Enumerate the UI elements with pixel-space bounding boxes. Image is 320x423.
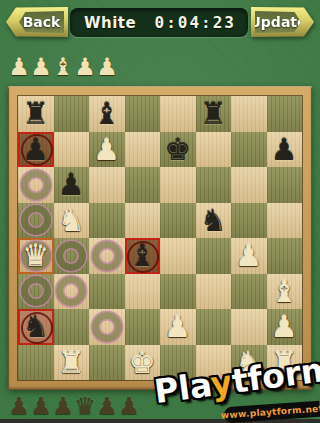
back-button-label: Back [23,14,61,30]
move-target-ring [56,241,86,271]
captured-white-pawn: ♟ [8,52,30,82]
move-target-ring [92,312,122,342]
square-d8[interactable] [125,96,161,132]
turn-to-move-label: White [84,14,136,32]
captured-black-pawn: ♟ [8,391,30,421]
piece-black-pawn: ♟ [54,167,90,203]
captured-black-queen: ♛ [74,391,96,421]
square-d7[interactable] [125,132,161,168]
captured-white-pawn: ♟ [96,52,118,82]
piece-white-pawn: ♟ [160,309,196,345]
square-g7[interactable] [231,132,267,168]
square-f4[interactable] [196,238,232,274]
watermark-text-pre: Pla [152,365,213,411]
square-b2[interactable] [54,309,90,345]
piece-white-pawn: ♟ [231,238,267,274]
square-b5[interactable]: ♞ [54,203,90,239]
square-a5[interactable] [18,203,54,239]
captured-black-pawn: ♟ [96,391,118,421]
square-c8[interactable]: ♝ [89,96,125,132]
square-c1[interactable] [89,345,125,381]
move-target-ring [21,170,51,200]
square-a1[interactable] [18,345,54,381]
watermark-url: www.playtform.net [221,403,320,420]
square-b1[interactable]: ♜ [54,345,90,381]
piece-white-pawn: ♟ [89,132,125,168]
captured-black-pawn: ♟ [30,391,52,421]
square-h2[interactable]: ♟ [267,309,303,345]
piece-white-queen: ♛ [18,238,54,274]
square-e8[interactable] [160,96,196,132]
captured-white-bishop: ♝ [52,52,74,82]
square-d4[interactable]: ♝ [125,238,161,274]
square-e3[interactable] [160,274,196,310]
square-c6[interactable] [89,167,125,203]
square-g3[interactable] [231,274,267,310]
update-button[interactable]: Update [251,7,314,37]
square-e2[interactable]: ♟ [160,309,196,345]
square-a8[interactable]: ♜ [18,96,54,132]
piece-white-pawn: ♟ [267,309,303,345]
square-f3[interactable] [196,274,232,310]
piece-black-bishop: ♝ [89,96,125,132]
square-d3[interactable] [125,274,161,310]
square-f2[interactable] [196,309,232,345]
square-f7[interactable] [196,132,232,168]
square-g4[interactable]: ♟ [231,238,267,274]
move-target-ring [56,276,86,306]
square-a4[interactable]: ♛ [18,238,54,274]
square-b4[interactable] [54,238,90,274]
status-panel: White 0:04:23 [70,8,248,37]
square-d6[interactable] [125,167,161,203]
square-f5[interactable]: ♞ [196,203,232,239]
square-a7[interactable]: ♟ [18,132,54,168]
square-g6[interactable] [231,167,267,203]
captured-white-pawn: ♟ [30,52,52,82]
square-h6[interactable] [267,167,303,203]
board-frame: ♜♝♜♟♟♚♟♟♞♞♛♝♟♝♞♟♟♜♚♞♜ [8,86,312,390]
square-f8[interactable]: ♜ [196,96,232,132]
square-h7[interactable]: ♟ [267,132,303,168]
square-e6[interactable] [160,167,196,203]
square-c3[interactable] [89,274,125,310]
square-d5[interactable] [125,203,161,239]
square-g8[interactable] [231,96,267,132]
square-a6[interactable] [18,167,54,203]
piece-black-knight: ♞ [196,203,232,239]
piece-black-king: ♚ [160,132,196,168]
piece-black-bishop: ♝ [125,238,161,274]
square-c7[interactable]: ♟ [89,132,125,168]
captured-white-tray: ♟♟♝♟♟ [8,52,118,82]
square-g2[interactable] [231,309,267,345]
square-e5[interactable] [160,203,196,239]
square-h8[interactable] [267,96,303,132]
square-f6[interactable] [196,167,232,203]
board-grid: ♜♝♜♟♟♚♟♟♞♞♛♝♟♝♞♟♟♜♚♞♜ [18,96,302,380]
square-b7[interactable] [54,132,90,168]
piece-black-pawn: ♟ [18,132,54,168]
piece-white-knight: ♞ [54,203,90,239]
move-target-ring [92,241,122,271]
square-c2[interactable] [89,309,125,345]
piece-black-rook: ♜ [18,96,54,132]
captured-black-tray: ♟♟♟♛♟♟ [8,391,140,421]
square-b6[interactable]: ♟ [54,167,90,203]
square-a3[interactable] [18,274,54,310]
piece-black-knight: ♞ [18,309,54,345]
game-clock: 0:04:23 [155,13,236,32]
square-b8[interactable] [54,96,90,132]
piece-white-bishop: ♝ [267,274,303,310]
square-e4[interactable] [160,238,196,274]
square-e7[interactable]: ♚ [160,132,196,168]
piece-white-rook: ♜ [54,345,90,381]
square-d2[interactable] [125,309,161,345]
square-b3[interactable] [54,274,90,310]
piece-black-rook: ♜ [196,96,232,132]
square-g5[interactable] [231,203,267,239]
captured-white-pawn: ♟ [74,52,96,82]
chess-app-screen: Back White 0:04:23 Update ♟♟♝♟♟ ♜♝♜♟♟♚♟♟… [0,0,320,423]
square-h4[interactable] [267,238,303,274]
move-target-ring [21,276,51,306]
square-a2[interactable]: ♞ [18,309,54,345]
square-h5[interactable] [267,203,303,239]
square-c5[interactable] [89,203,125,239]
square-h3[interactable]: ♝ [267,274,303,310]
captured-black-pawn: ♟ [118,391,140,421]
square-c4[interactable] [89,238,125,274]
back-button[interactable]: Back [6,7,68,37]
piece-black-pawn: ♟ [267,132,303,168]
captured-black-pawn: ♟ [52,391,74,421]
move-target-ring [21,205,51,235]
